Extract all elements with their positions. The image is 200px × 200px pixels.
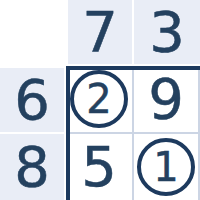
column-clue-1: 7 bbox=[66, 0, 132, 66]
corner-cell bbox=[0, 0, 66, 66]
kept-circle-mark: 2 bbox=[70, 70, 128, 128]
cell-value: 2 bbox=[86, 79, 111, 119]
column-clue-2-value: 3 bbox=[149, 4, 185, 60]
column-clue-2: 3 bbox=[132, 0, 200, 66]
column-clue-1-value: 7 bbox=[82, 4, 118, 60]
row-clue-1-value: 6 bbox=[14, 72, 50, 128]
number-sums-board: 7 3 6 2 9 8 5 1 bbox=[0, 0, 200, 200]
answer-cell-r2c1[interactable]: 5 bbox=[66, 132, 132, 200]
row-clue-1: 6 bbox=[0, 66, 66, 132]
kept-circle-mark: 1 bbox=[137, 138, 195, 196]
answer-cell-r2c2[interactable]: 1 bbox=[132, 132, 200, 200]
cell-value: 5 bbox=[81, 139, 117, 195]
row-clue-2-value: 8 bbox=[14, 139, 50, 195]
answer-cell-r1c2[interactable]: 9 bbox=[132, 66, 200, 132]
answer-cell-r1c1[interactable]: 2 bbox=[66, 66, 132, 132]
row-clue-2: 8 bbox=[0, 132, 66, 200]
cell-value: 1 bbox=[153, 147, 178, 187]
cell-value: 9 bbox=[148, 71, 184, 127]
